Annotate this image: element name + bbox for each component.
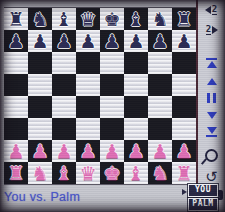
- square-e1[interactable]: ♚: [100, 162, 124, 184]
- square-b3[interactable]: [28, 118, 52, 140]
- square-d5[interactable]: [76, 74, 100, 96]
- square-d7[interactable]: ♟: [76, 30, 100, 52]
- square-h6[interactable]: [172, 52, 196, 74]
- square-h8[interactable]: ♜: [172, 8, 196, 30]
- piece-white-pawn: ♟: [124, 140, 148, 162]
- square-a2[interactable]: ♟: [4, 140, 28, 162]
- square-h5[interactable]: [172, 74, 196, 96]
- piece-black-bishop: ♝: [52, 8, 76, 30]
- square-g8[interactable]: ♞: [148, 8, 172, 30]
- square-g1[interactable]: ♞: [148, 162, 172, 184]
- piece-white-bishop: ♝: [52, 162, 76, 184]
- piece-white-pawn: ♟: [52, 140, 76, 162]
- piece-white-knight: ♞: [148, 162, 172, 184]
- square-b2[interactable]: ♟: [28, 140, 52, 162]
- piece-white-queen: ♛: [76, 162, 100, 184]
- square-b7[interactable]: ♟: [28, 30, 52, 52]
- piece-black-pawn: ♟: [28, 30, 52, 52]
- square-d4[interactable]: [76, 96, 100, 118]
- skip-to-start-icon[interactable]: [198, 58, 225, 68]
- square-g5[interactable]: [148, 74, 172, 96]
- square-g7[interactable]: ♟: [148, 30, 172, 52]
- square-h4[interactable]: [172, 96, 196, 118]
- square-f6[interactable]: [124, 52, 148, 74]
- undo-arrow-icon[interactable]: ↺: [198, 170, 225, 184]
- piece-black-bishop: ♝: [124, 8, 148, 30]
- piece-white-king: ♚: [100, 162, 124, 184]
- square-c4[interactable]: [52, 96, 76, 118]
- piece-white-pawn: ♟: [148, 140, 172, 162]
- piece-white-pawn: ♟: [172, 140, 196, 162]
- square-e6[interactable]: [100, 52, 124, 74]
- square-c3[interactable]: [52, 118, 76, 140]
- square-a5[interactable]: [4, 74, 28, 96]
- square-g6[interactable]: [148, 52, 172, 74]
- square-d1[interactable]: ♛: [76, 162, 100, 184]
- square-a8[interactable]: ♜: [4, 8, 28, 30]
- square-h2[interactable]: ♟: [172, 140, 196, 162]
- square-c5[interactable]: [52, 74, 76, 96]
- square-b5[interactable]: [28, 74, 52, 96]
- piece-white-rook: ♜: [172, 162, 196, 184]
- toolbar: 2 2 ↺: [196, 0, 225, 212]
- piece-white-rook: ♜: [4, 162, 28, 184]
- square-a7[interactable]: ♟: [4, 30, 28, 52]
- square-b4[interactable]: [28, 96, 52, 118]
- square-f2[interactable]: ♟: [124, 140, 148, 162]
- zoom-icon[interactable]: [198, 149, 225, 162]
- turn-indicator-palm[interactable]: PALM: [188, 198, 218, 211]
- piece-black-pawn: ♟: [4, 30, 28, 52]
- square-e5[interactable]: [100, 74, 124, 96]
- piece-white-knight: ♞: [28, 162, 52, 184]
- palm-chess-screen: ♜♞♝♛♚♝♞♜♟♟♟♟♟♟♟♟♟♟♟♟♟♟♟♟♜♞♝♛♚♝♞♜ 2 2: [0, 0, 225, 212]
- takeback-move-icon[interactable]: 2: [198, 5, 225, 15]
- piece-black-pawn: ♟: [124, 30, 148, 52]
- turn-indicator-you[interactable]: YOU: [188, 184, 218, 197]
- square-e7[interactable]: ♟: [100, 30, 124, 52]
- piece-black-rook: ♜: [4, 8, 28, 30]
- square-e4[interactable]: [100, 96, 124, 118]
- replay-move-icon[interactable]: 2: [198, 25, 225, 35]
- step-back-icon[interactable]: [198, 78, 225, 85]
- turn-indicator: YOU PALM: [188, 184, 218, 211]
- square-f5[interactable]: [124, 74, 148, 96]
- square-d2[interactable]: ♟: [76, 140, 100, 162]
- piece-black-pawn: ♟: [52, 30, 76, 52]
- square-h1[interactable]: ♜: [172, 162, 196, 184]
- square-g2[interactable]: ♟: [148, 140, 172, 162]
- turn-pointer-icon: [182, 189, 187, 195]
- arrow-left-icon: [205, 6, 211, 14]
- skip-to-end-icon[interactable]: [198, 127, 225, 137]
- square-c6[interactable]: [52, 52, 76, 74]
- square-g3[interactable]: [148, 118, 172, 140]
- square-f3[interactable]: [124, 118, 148, 140]
- piece-black-queen: ♛: [76, 8, 100, 30]
- piece-white-pawn: ♟: [76, 140, 100, 162]
- piece-white-bishop: ♝: [124, 162, 148, 184]
- square-h3[interactable]: [172, 118, 196, 140]
- square-d3[interactable]: [76, 118, 100, 140]
- square-c1[interactable]: ♝: [52, 162, 76, 184]
- piece-black-pawn: ♟: [172, 30, 196, 52]
- piece-black-pawn: ♟: [76, 30, 100, 52]
- pause-icon[interactable]: [198, 93, 225, 103]
- square-f4[interactable]: [124, 96, 148, 118]
- status-text: You vs. Palm: [4, 190, 80, 204]
- piece-black-knight: ♞: [148, 8, 172, 30]
- square-h7[interactable]: ♟: [172, 30, 196, 52]
- square-f8[interactable]: ♝: [124, 8, 148, 30]
- square-c2[interactable]: ♟: [52, 140, 76, 162]
- square-c7[interactable]: ♟: [52, 30, 76, 52]
- square-b8[interactable]: ♞: [28, 8, 52, 30]
- square-c8[interactable]: ♝: [52, 8, 76, 30]
- square-e3[interactable]: [100, 118, 124, 140]
- square-d8[interactable]: ♛: [76, 8, 100, 30]
- square-e8[interactable]: ♚: [100, 8, 124, 30]
- piece-white-pawn: ♟: [4, 140, 28, 162]
- step-forward-icon[interactable]: [198, 112, 225, 119]
- square-a1[interactable]: ♜: [4, 162, 28, 184]
- piece-black-knight: ♞: [28, 8, 52, 30]
- piece-black-rook: ♜: [172, 8, 196, 30]
- square-g4[interactable]: [148, 96, 172, 118]
- piece-black-pawn: ♟: [148, 30, 172, 52]
- piece-white-pawn: ♟: [100, 140, 124, 162]
- square-b6[interactable]: [28, 52, 52, 74]
- square-b1[interactable]: ♞: [28, 162, 52, 184]
- square-a3[interactable]: [4, 118, 28, 140]
- arrow-right-icon: [212, 26, 218, 34]
- piece-black-king: ♚: [100, 8, 124, 30]
- square-e2[interactable]: ♟: [100, 140, 124, 162]
- square-a4[interactable]: [4, 96, 28, 118]
- square-f7[interactable]: ♟: [124, 30, 148, 52]
- square-d6[interactable]: [76, 52, 100, 74]
- chess-board: ♜♞♝♛♚♝♞♜♟♟♟♟♟♟♟♟♟♟♟♟♟♟♟♟♜♞♝♛♚♝♞♜: [4, 7, 196, 185]
- square-f1[interactable]: ♝: [124, 162, 148, 184]
- piece-white-pawn: ♟: [28, 140, 52, 162]
- square-a6[interactable]: [4, 52, 28, 74]
- piece-black-pawn: ♟: [100, 30, 124, 52]
